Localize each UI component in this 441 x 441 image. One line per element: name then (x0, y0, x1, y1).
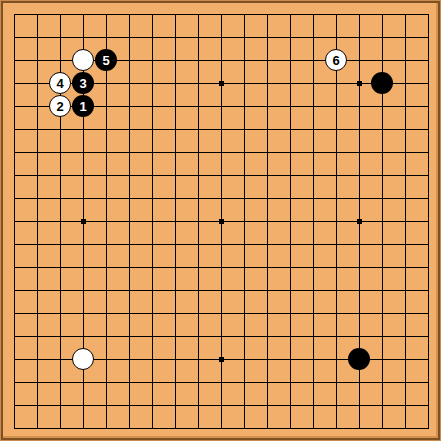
intersection-P5[interactable] (325, 325, 348, 348)
intersection-L13[interactable] (233, 141, 256, 164)
intersection-S5[interactable] (394, 325, 417, 348)
intersection-L17[interactable] (233, 49, 256, 72)
intersection-K11[interactable] (210, 187, 233, 210)
intersection-L6[interactable] (233, 302, 256, 325)
intersection-F19[interactable] (118, 3, 141, 26)
intersection-J5[interactable] (187, 325, 210, 348)
intersection-Q10[interactable] (348, 210, 371, 233)
intersection-F12[interactable] (118, 164, 141, 187)
intersection-H19[interactable] (164, 3, 187, 26)
intersection-O18[interactable] (302, 26, 325, 49)
intersection-N14[interactable] (279, 118, 302, 141)
intersection-S1[interactable] (394, 417, 417, 439)
intersection-Q11[interactable] (348, 187, 371, 210)
intersection-Q7[interactable] (348, 279, 371, 302)
intersection-O9[interactable] (302, 233, 325, 256)
intersection-R5[interactable] (371, 325, 394, 348)
intersection-J14[interactable] (187, 118, 210, 141)
intersection-S14[interactable] (394, 118, 417, 141)
intersection-B4[interactable] (26, 348, 49, 371)
intersection-L9[interactable] (233, 233, 256, 256)
intersection-A17[interactable] (3, 49, 26, 72)
intersection-R10[interactable] (371, 210, 394, 233)
intersection-O8[interactable] (302, 256, 325, 279)
intersection-S3[interactable] (394, 371, 417, 394)
intersection-C2[interactable] (49, 394, 72, 417)
intersection-E3[interactable] (95, 371, 118, 394)
intersection-G8[interactable] (141, 256, 164, 279)
intersection-N11[interactable] (279, 187, 302, 210)
intersection-J17[interactable] (187, 49, 210, 72)
intersection-D8[interactable] (72, 256, 95, 279)
intersection-N8[interactable] (279, 256, 302, 279)
intersection-Q3[interactable] (348, 371, 371, 394)
intersection-D17[interactable] (72, 49, 95, 72)
intersection-T1[interactable] (417, 417, 439, 439)
intersection-H2[interactable] (164, 394, 187, 417)
intersection-G4[interactable] (141, 348, 164, 371)
intersection-N12[interactable] (279, 164, 302, 187)
intersection-Q1[interactable] (348, 417, 371, 439)
intersection-J9[interactable] (187, 233, 210, 256)
intersection-Q15[interactable] (348, 95, 371, 118)
intersection-R12[interactable] (371, 164, 394, 187)
intersection-C15[interactable]: 2 (49, 95, 72, 118)
intersection-A18[interactable] (3, 26, 26, 49)
intersection-L10[interactable] (233, 210, 256, 233)
intersection-E6[interactable] (95, 302, 118, 325)
intersection-F16[interactable] (118, 72, 141, 95)
intersection-E19[interactable] (95, 3, 118, 26)
intersection-S6[interactable] (394, 302, 417, 325)
intersection-L8[interactable] (233, 256, 256, 279)
intersection-P12[interactable] (325, 164, 348, 187)
intersection-C19[interactable] (49, 3, 72, 26)
intersection-T8[interactable] (417, 256, 439, 279)
intersection-R17[interactable] (371, 49, 394, 72)
intersection-E13[interactable] (95, 141, 118, 164)
intersection-M14[interactable] (256, 118, 279, 141)
intersection-B18[interactable] (26, 26, 49, 49)
intersection-F5[interactable] (118, 325, 141, 348)
intersection-R1[interactable] (371, 417, 394, 439)
intersection-D13[interactable] (72, 141, 95, 164)
intersection-J2[interactable] (187, 394, 210, 417)
intersection-F18[interactable] (118, 26, 141, 49)
intersection-P9[interactable] (325, 233, 348, 256)
intersection-G5[interactable] (141, 325, 164, 348)
intersection-S13[interactable] (394, 141, 417, 164)
intersection-S15[interactable] (394, 95, 417, 118)
intersection-K14[interactable] (210, 118, 233, 141)
intersection-G10[interactable] (141, 210, 164, 233)
intersection-R14[interactable] (371, 118, 394, 141)
intersection-R19[interactable] (371, 3, 394, 26)
intersection-M4[interactable] (256, 348, 279, 371)
intersection-M10[interactable] (256, 210, 279, 233)
intersection-B8[interactable] (26, 256, 49, 279)
intersection-B15[interactable] (26, 95, 49, 118)
intersection-E15[interactable] (95, 95, 118, 118)
intersection-G13[interactable] (141, 141, 164, 164)
intersection-O6[interactable] (302, 302, 325, 325)
intersection-M12[interactable] (256, 164, 279, 187)
intersection-H14[interactable] (164, 118, 187, 141)
intersection-P16[interactable] (325, 72, 348, 95)
intersection-C1[interactable] (49, 417, 72, 439)
intersection-N18[interactable] (279, 26, 302, 49)
intersection-J12[interactable] (187, 164, 210, 187)
intersection-O17[interactable] (302, 49, 325, 72)
intersection-K13[interactable] (210, 141, 233, 164)
intersection-M9[interactable] (256, 233, 279, 256)
intersection-P3[interactable] (325, 371, 348, 394)
intersection-P6[interactable] (325, 302, 348, 325)
intersection-K2[interactable] (210, 394, 233, 417)
intersection-E10[interactable] (95, 210, 118, 233)
intersection-O19[interactable] (302, 3, 325, 26)
intersection-A11[interactable] (3, 187, 26, 210)
intersection-Q8[interactable] (348, 256, 371, 279)
intersection-E2[interactable] (95, 394, 118, 417)
intersection-C9[interactable] (49, 233, 72, 256)
intersection-N13[interactable] (279, 141, 302, 164)
intersection-O15[interactable] (302, 95, 325, 118)
intersection-N5[interactable] (279, 325, 302, 348)
intersection-M18[interactable] (256, 26, 279, 49)
intersection-B17[interactable] (26, 49, 49, 72)
intersection-S10[interactable] (394, 210, 417, 233)
intersection-K18[interactable] (210, 26, 233, 49)
intersection-G18[interactable] (141, 26, 164, 49)
intersection-Q4[interactable] (348, 348, 371, 371)
intersection-C6[interactable] (49, 302, 72, 325)
intersection-A9[interactable] (3, 233, 26, 256)
intersection-T12[interactable] (417, 164, 439, 187)
intersection-L7[interactable] (233, 279, 256, 302)
intersection-J19[interactable] (187, 3, 210, 26)
intersection-J13[interactable] (187, 141, 210, 164)
intersection-N9[interactable] (279, 233, 302, 256)
intersection-G1[interactable] (141, 417, 164, 439)
intersection-D10[interactable] (72, 210, 95, 233)
intersection-P2[interactable] (325, 394, 348, 417)
intersection-R3[interactable] (371, 371, 394, 394)
intersection-J8[interactable] (187, 256, 210, 279)
intersection-L16[interactable] (233, 72, 256, 95)
intersection-D11[interactable] (72, 187, 95, 210)
intersection-G15[interactable] (141, 95, 164, 118)
intersection-E9[interactable] (95, 233, 118, 256)
intersection-D1[interactable] (72, 417, 95, 439)
intersection-M11[interactable] (256, 187, 279, 210)
intersection-P7[interactable] (325, 279, 348, 302)
intersection-C10[interactable] (49, 210, 72, 233)
intersection-G6[interactable] (141, 302, 164, 325)
intersection-F10[interactable] (118, 210, 141, 233)
intersection-A4[interactable] (3, 348, 26, 371)
intersection-L3[interactable] (233, 371, 256, 394)
intersection-T9[interactable] (417, 233, 439, 256)
intersection-R7[interactable] (371, 279, 394, 302)
intersection-E11[interactable] (95, 187, 118, 210)
intersection-H17[interactable] (164, 49, 187, 72)
intersection-T11[interactable] (417, 187, 439, 210)
intersection-O4[interactable] (302, 348, 325, 371)
intersection-O14[interactable] (302, 118, 325, 141)
intersection-L11[interactable] (233, 187, 256, 210)
intersection-C7[interactable] (49, 279, 72, 302)
intersection-T17[interactable] (417, 49, 439, 72)
intersection-P11[interactable] (325, 187, 348, 210)
intersection-D9[interactable] (72, 233, 95, 256)
intersection-Q5[interactable] (348, 325, 371, 348)
intersection-B9[interactable] (26, 233, 49, 256)
intersection-H7[interactable] (164, 279, 187, 302)
intersection-M17[interactable] (256, 49, 279, 72)
intersection-R15[interactable] (371, 95, 394, 118)
intersection-J16[interactable] (187, 72, 210, 95)
intersection-H9[interactable] (164, 233, 187, 256)
intersection-B6[interactable] (26, 302, 49, 325)
intersection-M2[interactable] (256, 394, 279, 417)
intersection-M7[interactable] (256, 279, 279, 302)
intersection-C8[interactable] (49, 256, 72, 279)
intersection-K10[interactable] (210, 210, 233, 233)
intersection-J3[interactable] (187, 371, 210, 394)
intersection-D2[interactable] (72, 394, 95, 417)
intersection-F8[interactable] (118, 256, 141, 279)
intersection-D3[interactable] (72, 371, 95, 394)
intersection-K7[interactable] (210, 279, 233, 302)
intersection-O12[interactable] (302, 164, 325, 187)
intersection-A14[interactable] (3, 118, 26, 141)
intersection-L12[interactable] (233, 164, 256, 187)
intersection-L15[interactable] (233, 95, 256, 118)
intersection-T13[interactable] (417, 141, 439, 164)
intersection-P19[interactable] (325, 3, 348, 26)
intersection-E5[interactable] (95, 325, 118, 348)
intersection-Q13[interactable] (348, 141, 371, 164)
intersection-P18[interactable] (325, 26, 348, 49)
intersection-T14[interactable] (417, 118, 439, 141)
intersection-P1[interactable] (325, 417, 348, 439)
intersection-Q12[interactable] (348, 164, 371, 187)
intersection-A19[interactable] (3, 3, 26, 26)
intersection-R4[interactable] (371, 348, 394, 371)
intersection-N2[interactable] (279, 394, 302, 417)
intersection-L1[interactable] (233, 417, 256, 439)
intersection-R13[interactable] (371, 141, 394, 164)
intersection-L19[interactable] (233, 3, 256, 26)
intersection-T3[interactable] (417, 371, 439, 394)
intersection-D18[interactable] (72, 26, 95, 49)
intersection-B7[interactable] (26, 279, 49, 302)
intersection-P4[interactable] (325, 348, 348, 371)
intersection-A8[interactable] (3, 256, 26, 279)
intersection-D5[interactable] (72, 325, 95, 348)
intersection-R8[interactable] (371, 256, 394, 279)
intersection-N15[interactable] (279, 95, 302, 118)
intersection-N16[interactable] (279, 72, 302, 95)
intersection-Q9[interactable] (348, 233, 371, 256)
intersection-A12[interactable] (3, 164, 26, 187)
intersection-N19[interactable] (279, 3, 302, 26)
intersection-C5[interactable] (49, 325, 72, 348)
intersection-R18[interactable] (371, 26, 394, 49)
intersection-H12[interactable] (164, 164, 187, 187)
intersection-H10[interactable] (164, 210, 187, 233)
intersection-T18[interactable] (417, 26, 439, 49)
intersection-S12[interactable] (394, 164, 417, 187)
intersection-T16[interactable] (417, 72, 439, 95)
intersection-N17[interactable] (279, 49, 302, 72)
intersection-G17[interactable] (141, 49, 164, 72)
intersection-C14[interactable] (49, 118, 72, 141)
intersection-M19[interactable] (256, 3, 279, 26)
intersection-H13[interactable] (164, 141, 187, 164)
intersection-T19[interactable] (417, 3, 439, 26)
intersection-K8[interactable] (210, 256, 233, 279)
intersection-J15[interactable] (187, 95, 210, 118)
intersection-P8[interactable] (325, 256, 348, 279)
intersection-T10[interactable] (417, 210, 439, 233)
intersection-E8[interactable] (95, 256, 118, 279)
intersection-O3[interactable] (302, 371, 325, 394)
intersection-R6[interactable] (371, 302, 394, 325)
intersection-Q16[interactable] (348, 72, 371, 95)
intersection-Q17[interactable] (348, 49, 371, 72)
intersection-A2[interactable] (3, 394, 26, 417)
intersection-H4[interactable] (164, 348, 187, 371)
intersection-H3[interactable] (164, 371, 187, 394)
intersection-B14[interactable] (26, 118, 49, 141)
intersection-D15[interactable]: 1 (72, 95, 95, 118)
intersection-R2[interactable] (371, 394, 394, 417)
intersection-F14[interactable] (118, 118, 141, 141)
intersection-B3[interactable] (26, 371, 49, 394)
intersection-F11[interactable] (118, 187, 141, 210)
intersection-J18[interactable] (187, 26, 210, 49)
intersection-T7[interactable] (417, 279, 439, 302)
intersection-A10[interactable] (3, 210, 26, 233)
intersection-F6[interactable] (118, 302, 141, 325)
intersection-F1[interactable] (118, 417, 141, 439)
intersection-M8[interactable] (256, 256, 279, 279)
intersection-L14[interactable] (233, 118, 256, 141)
intersection-T4[interactable] (417, 348, 439, 371)
intersection-A6[interactable] (3, 302, 26, 325)
intersection-Q6[interactable] (348, 302, 371, 325)
intersection-R9[interactable] (371, 233, 394, 256)
intersection-G3[interactable] (141, 371, 164, 394)
intersection-O10[interactable] (302, 210, 325, 233)
intersection-F4[interactable] (118, 348, 141, 371)
intersection-H11[interactable] (164, 187, 187, 210)
intersection-R16[interactable] (371, 72, 394, 95)
intersection-D16[interactable]: 3 (72, 72, 95, 95)
intersection-O2[interactable] (302, 394, 325, 417)
intersection-S17[interactable] (394, 49, 417, 72)
intersection-N10[interactable] (279, 210, 302, 233)
intersection-C4[interactable] (49, 348, 72, 371)
intersection-K3[interactable] (210, 371, 233, 394)
intersection-O16[interactable] (302, 72, 325, 95)
intersection-D7[interactable] (72, 279, 95, 302)
intersection-O1[interactable] (302, 417, 325, 439)
intersection-T15[interactable] (417, 95, 439, 118)
intersection-G11[interactable] (141, 187, 164, 210)
intersection-M1[interactable] (256, 417, 279, 439)
intersection-S8[interactable] (394, 256, 417, 279)
intersection-K15[interactable] (210, 95, 233, 118)
intersection-K5[interactable] (210, 325, 233, 348)
intersection-O7[interactable] (302, 279, 325, 302)
intersection-S4[interactable] (394, 348, 417, 371)
intersection-P15[interactable] (325, 95, 348, 118)
intersection-Q14[interactable] (348, 118, 371, 141)
intersection-D14[interactable] (72, 118, 95, 141)
intersection-S19[interactable] (394, 3, 417, 26)
intersection-E7[interactable] (95, 279, 118, 302)
intersection-E4[interactable] (95, 348, 118, 371)
intersection-C11[interactable] (49, 187, 72, 210)
intersection-O11[interactable] (302, 187, 325, 210)
intersection-C12[interactable] (49, 164, 72, 187)
intersection-E17[interactable]: 5 (95, 49, 118, 72)
intersection-B19[interactable] (26, 3, 49, 26)
intersection-B5[interactable] (26, 325, 49, 348)
intersection-E18[interactable] (95, 26, 118, 49)
intersection-H16[interactable] (164, 72, 187, 95)
intersection-E16[interactable] (95, 72, 118, 95)
intersection-T2[interactable] (417, 394, 439, 417)
intersection-O5[interactable] (302, 325, 325, 348)
intersection-D19[interactable] (72, 3, 95, 26)
intersection-S18[interactable] (394, 26, 417, 49)
intersection-F13[interactable] (118, 141, 141, 164)
intersection-R11[interactable] (371, 187, 394, 210)
intersection-G9[interactable] (141, 233, 164, 256)
intersection-P13[interactable] (325, 141, 348, 164)
intersection-F9[interactable] (118, 233, 141, 256)
intersection-B10[interactable] (26, 210, 49, 233)
intersection-B2[interactable] (26, 394, 49, 417)
intersection-M3[interactable] (256, 371, 279, 394)
intersection-F3[interactable] (118, 371, 141, 394)
intersection-M16[interactable] (256, 72, 279, 95)
intersection-G7[interactable] (141, 279, 164, 302)
intersection-L4[interactable] (233, 348, 256, 371)
intersection-C17[interactable] (49, 49, 72, 72)
intersection-G12[interactable] (141, 164, 164, 187)
intersection-M6[interactable] (256, 302, 279, 325)
intersection-N3[interactable] (279, 371, 302, 394)
intersection-G14[interactable] (141, 118, 164, 141)
intersection-Q18[interactable] (348, 26, 371, 49)
intersection-H15[interactable] (164, 95, 187, 118)
intersection-C3[interactable] (49, 371, 72, 394)
intersection-K6[interactable] (210, 302, 233, 325)
intersection-C13[interactable] (49, 141, 72, 164)
intersection-H5[interactable] (164, 325, 187, 348)
intersection-L18[interactable] (233, 26, 256, 49)
intersection-C18[interactable] (49, 26, 72, 49)
intersection-B11[interactable] (26, 187, 49, 210)
intersection-S16[interactable] (394, 72, 417, 95)
intersection-N1[interactable] (279, 417, 302, 439)
intersection-H18[interactable] (164, 26, 187, 49)
